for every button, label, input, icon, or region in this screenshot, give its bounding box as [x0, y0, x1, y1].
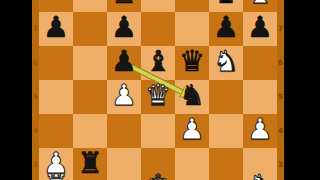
piece-black-rook-d8[interactable]: ♜	[107, 0, 141, 10]
rank-label-right-4: 4	[277, 126, 284, 136]
piece-white-bishop-h8[interactable]: ♝	[243, 0, 277, 10]
rank-label-left-5: 5	[32, 92, 39, 102]
piece-white-knight-h2[interactable]: ♞	[243, 168, 277, 180]
rank-label-right-3: 3	[277, 160, 284, 170]
rank-label-right-7: 7	[277, 24, 284, 34]
piece-black-pawn-d7[interactable]: ♟	[107, 10, 141, 44]
black-bar-right	[284, 0, 320, 180]
piece-black-queen-f6[interactable]: ♛	[175, 44, 209, 78]
piece-black-rook-c3[interactable]: ♜	[73, 146, 107, 180]
piece-black-king-g8[interactable]: ♚	[209, 0, 243, 10]
rank-label-left-3: 3	[32, 160, 39, 170]
piece-black-bishop-e6[interactable]: ♝	[141, 44, 175, 78]
black-bar-left	[0, 0, 32, 180]
chess-board: ♜♚♝♟♟♟♟♟♝♛♞♟♛♞♟♟♟♜♜♚♞7766554433	[32, 0, 284, 180]
piece-black-pawn-h7[interactable]: ♟	[243, 10, 277, 44]
piece-white-pawn-d5[interactable]: ♟	[107, 78, 141, 112]
piece-white-pawn-h4[interactable]: ♟	[243, 112, 277, 146]
rank-label-left-7: 7	[32, 24, 39, 34]
video-frame: ♜♚♝♟♟♟♟♟♝♛♞♟♛♞♟♟♟♜♜♚♞7766554433	[0, 0, 320, 180]
piece-black-pawn-d6[interactable]: ♟	[107, 44, 141, 78]
piece-white-king-e2[interactable]: ♚	[141, 168, 175, 180]
piece-white-knight-g6[interactable]: ♞	[209, 44, 243, 78]
rank-label-right-5: 5	[277, 92, 284, 102]
piece-white-pawn-f4[interactable]: ♟	[175, 112, 209, 146]
piece-black-pawn-g7[interactable]: ♟	[209, 10, 243, 44]
piece-black-knight-f5[interactable]: ♞	[175, 78, 209, 112]
rank-label-left-4: 4	[32, 126, 39, 136]
rank-label-right-6: 6	[277, 58, 284, 68]
rank-label-left-6: 6	[32, 58, 39, 68]
piece-white-queen-e5[interactable]: ♛	[141, 78, 175, 112]
piece-black-pawn-b7[interactable]: ♟	[39, 10, 73, 44]
piece-white-rook-b2[interactable]: ♜	[39, 168, 73, 180]
